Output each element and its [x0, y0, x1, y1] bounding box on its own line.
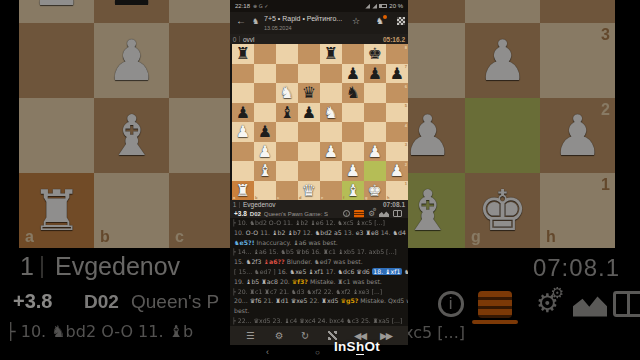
- move-token[interactable]: ♝b2: [272, 229, 285, 236]
- square-c7[interactable]: [276, 64, 298, 84]
- piece-black-q: ♛: [298, 83, 320, 103]
- move-token[interactable]: ♝xf1: [308, 268, 323, 275]
- move-token[interactable]: 10.: [234, 229, 244, 236]
- bg-coord-rank: 1: [601, 176, 610, 194]
- move-token[interactable]: 21.: [263, 297, 273, 304]
- move-token[interactable]: ♞e4: [404, 268, 408, 275]
- piece-black-p: ♟: [232, 103, 254, 123]
- status-time: 22:18: [235, 3, 250, 9]
- bg-coord-file: a: [25, 228, 34, 246]
- variation-line: ├ 20. ♜c1 ♜c7 21. ♞d3 ♞xf2 22. ♞xf2 ♝xe3…: [230, 287, 408, 297]
- move-line: 19.♝b5♜ac820.♛f3?Mistake. ♜c1 was best.: [230, 277, 408, 287]
- move-comment: Mistake. Qxd5 was: [360, 297, 408, 304]
- move-token[interactable]: ♜e8: [365, 229, 378, 236]
- move-token[interactable]: a5: [334, 229, 342, 236]
- tab-moves[interactable]: [354, 210, 364, 218]
- piece-black-r: ♜: [232, 44, 254, 64]
- notification-icons: ⊕ G ✓: [253, 3, 268, 9]
- bg-eval-value: +3.8: [13, 290, 52, 313]
- square-b3[interactable]: ♟: [254, 142, 276, 162]
- chart-icon[interactable]: [379, 210, 389, 218]
- square-c8[interactable]: [276, 44, 298, 64]
- variation-line: ├ 10. ♞bd2 O-O 11. ♝b2 ♝e6 12. ♞xc5 ♝xc5…: [230, 218, 408, 228]
- square-c2[interactable]: [276, 161, 298, 181]
- menu-icon[interactable]: ☰: [246, 326, 255, 345]
- piece-white-p: ♟: [232, 122, 254, 142]
- piece-white-p: ♟: [342, 161, 364, 181]
- move-token[interactable]: ♝b7: [287, 229, 300, 236]
- move-token[interactable]: e3: [356, 229, 364, 236]
- piece-white-b: ♝: [254, 161, 276, 181]
- bg-opening-name: Queen's P: [131, 291, 219, 313]
- square-g7[interactable]: ♟: [364, 64, 386, 84]
- move-token[interactable]: ♝a6??: [263, 258, 284, 265]
- move-token[interactable]: 17.: [326, 268, 336, 275]
- piece-white-n: ♞: [320, 103, 342, 123]
- square-f3[interactable]: [342, 142, 364, 162]
- move-token[interactable]: 13.: [344, 229, 354, 236]
- move-line: [ 15... ♞ed7 ]16.♞xe5♝xf117.♞dc6♛d618. ♝…: [230, 267, 408, 277]
- player-bottom-row: 1 Evgedenov 07:08.1: [230, 200, 408, 209]
- bg-piece: ♟: [19, 0, 94, 23]
- move-token[interactable]: O-O: [246, 229, 258, 236]
- battery-icon: [379, 4, 387, 8]
- square-d6[interactable]: ♛: [298, 83, 320, 103]
- square-f4[interactable]: [342, 122, 364, 142]
- coord-rank-5: 5: [405, 103, 407, 108]
- move-token[interactable]: ♛f3?: [292, 278, 308, 285]
- piece-black-p: ♟: [364, 64, 386, 84]
- bg-coord-file: b: [100, 228, 110, 246]
- move-token[interactable]: 16.: [278, 268, 288, 275]
- square-g3[interactable]: ♟: [364, 142, 386, 162]
- bg-piece: ♝: [408, 173, 465, 248]
- move-token[interactable]: 14.: [381, 229, 391, 236]
- piece-white-p: ♟: [320, 142, 342, 162]
- eval-value: +3.8: [234, 210, 247, 217]
- piece-black-p: ♟: [298, 103, 320, 123]
- bg-player-name: Evgedenov: [55, 252, 180, 281]
- player-bottom-clock: 07:08.1: [383, 201, 405, 208]
- wifi-icon: [372, 4, 377, 9]
- square-h1[interactable]: h1: [386, 181, 408, 201]
- divider: [239, 202, 240, 208]
- move-list: ├ 10. ♞bd2 O-O 11. ♝b2 ♝e6 12. ♞xc5 ♝xc5…: [230, 218, 408, 326]
- square-f6[interactable]: ♞: [342, 83, 364, 103]
- square-f5[interactable]: [342, 103, 364, 123]
- square-e4[interactable]: [320, 122, 342, 142]
- phone-screenshot: 22:18 ⊕ G ✓ 20 % ← ♞ 7+5 • Rapid • Рейти…: [230, 0, 408, 360]
- bg-square-h2: ♟2: [540, 98, 615, 173]
- game-date: 13.05.2024: [264, 25, 292, 31]
- square-d1[interactable]: ♛d: [298, 181, 320, 201]
- bg-tab-book: [613, 291, 640, 318]
- square-e6[interactable]: [320, 83, 342, 103]
- board-grid-icon[interactable]: [397, 17, 405, 25]
- square-f8[interactable]: [342, 44, 364, 64]
- square-a5[interactable]: ♟: [232, 103, 254, 123]
- square-c3[interactable]: [276, 142, 298, 162]
- bg-square-h3: 3: [540, 23, 615, 98]
- square-f1[interactable]: ♝f: [342, 181, 364, 201]
- square-b6[interactable]: [254, 83, 276, 103]
- move-token[interactable]: ♛xe5: [291, 297, 308, 304]
- bg-piece: ♟: [94, 23, 169, 98]
- move-token[interactable]: ├ 14... ♝a6 15. ♞b5 ♛b6 16. ♜c1 ♝xb5 17.…: [232, 248, 397, 255]
- move-comment: Mistake. ♜c1 was best.: [310, 278, 382, 285]
- bg-coord-rank: 3: [601, 26, 610, 44]
- players-icon[interactable]: ♞: [376, 16, 384, 26]
- piece-white-r: ♜: [232, 181, 254, 201]
- bg-square-a4: ♟: [19, 0, 94, 23]
- square-b2[interactable]: ♝: [254, 161, 276, 181]
- square-d8[interactable]: [298, 44, 320, 64]
- move-line: best.: [230, 306, 408, 316]
- bg-moves-line: ├ 10. ♞bd2 O-O 11. ♝b: [6, 322, 193, 341]
- player-top-row: 0 ovvl 05:16.2: [230, 34, 408, 44]
- game-title: 7+5 • Rapid • Рейтинго...: [264, 15, 342, 22]
- square-g5[interactable]: [364, 103, 386, 123]
- bg-square-c4: [169, 0, 230, 23]
- move-token[interactable]: ♞xe5: [290, 268, 307, 275]
- square-d2[interactable]: [298, 161, 320, 181]
- chess-board: ♜♜♚8♟♟♟7♞♛♞6♟♝♟♞5♟♟4♟♟♟3♝♟♟2♜abc♛de♝f♚gh…: [232, 44, 408, 200]
- move-comment: Blunder. ♞ed7 was best.: [287, 258, 363, 265]
- move-token[interactable]: ♞2f3: [246, 258, 262, 265]
- square-b8[interactable]: [254, 44, 276, 64]
- move-token[interactable]: 19.: [234, 278, 244, 285]
- square-h7[interactable]: ♟7: [386, 64, 408, 84]
- square-c5[interactable]: ♝: [276, 103, 298, 123]
- move-token[interactable]: 15.: [234, 258, 244, 265]
- battery-percent: 20 %: [389, 3, 403, 9]
- coord-rank-3: 3: [405, 142, 407, 147]
- divider: [239, 36, 240, 42]
- piece-white-b: ♝: [342, 181, 364, 201]
- square-h5[interactable]: 5: [386, 103, 408, 123]
- move-token[interactable]: ♛d6: [356, 268, 369, 275]
- player-top-name: ovvl: [243, 36, 255, 43]
- square-b4[interactable]: ♟: [254, 122, 276, 142]
- move-line: ♞e5?!Inaccuracy. ♝a6 was best.: [230, 238, 408, 248]
- square-c4[interactable]: [276, 122, 298, 142]
- move-token[interactable]: 11.: [260, 229, 270, 236]
- bg-player-score: 1: [20, 252, 34, 281]
- bg-square-h4: 4: [540, 0, 615, 23]
- bg-moves-tail: xc5 [...]: [408, 323, 465, 342]
- square-d3[interactable]: [298, 142, 320, 162]
- book-icon: [613, 291, 640, 317]
- bg-square-b2: ♝: [94, 98, 169, 173]
- android-nav-bar: ‹ ○ InShOt: [230, 345, 408, 360]
- forward-icon[interactable]: ▶▶: [380, 326, 392, 345]
- piece-black-b: ♝: [276, 103, 298, 123]
- tab-engine-settings[interactable]: ⚙⚙: [368, 210, 375, 218]
- bg-piece: ♟: [465, 23, 540, 98]
- tab-info[interactable]: i: [343, 210, 351, 218]
- player-bottom-name: Evgedenov: [243, 201, 276, 208]
- bg-piece: ♝: [94, 98, 169, 173]
- background-zoom-right: 07:08.1 i⚙⚙ xc5 [...] ♝f♟♚g♟h1♟234: [408, 0, 640, 360]
- square-h6[interactable]: 6: [386, 83, 408, 103]
- square-a6[interactable]: [232, 83, 254, 103]
- move-token[interactable]: ♞bd2: [315, 229, 332, 236]
- square-h4[interactable]: 4: [386, 122, 408, 142]
- bg-square-g3: ♟: [465, 23, 540, 98]
- analysis-header: +3.8 D02 Queen's Pawn Game: Sy... i⚙⚙: [230, 209, 408, 218]
- move-line: 20...♛f621.♜d1♛xe522.♜xd5♛g5?Mistake. Qx…: [230, 296, 408, 306]
- moves-icon[interactable]: [354, 210, 364, 218]
- book-icon[interactable]: [393, 210, 402, 218]
- bg-square-c1: c: [169, 173, 230, 248]
- bg-square-f1: ♝f: [408, 173, 465, 248]
- square-g4[interactable]: [364, 122, 386, 142]
- piece-black-k: ♚: [364, 44, 386, 64]
- signal-icon: [365, 4, 370, 9]
- bg-square-a1: ♜a: [19, 173, 94, 248]
- square-b1[interactable]: b: [254, 181, 276, 201]
- square-a8[interactable]: ♜: [232, 44, 254, 64]
- variation-line: ├ 22... ♛xd5 23. ♝c4 ♛xc4 24. bxc4 ♞c3 2…: [230, 316, 408, 326]
- square-d5[interactable]: ♟: [298, 103, 320, 123]
- flip-board-icon[interactable]: ↻: [301, 326, 309, 345]
- bg-coord-file: h: [546, 228, 556, 246]
- move-token[interactable]: ♛g5?: [340, 297, 358, 304]
- square-h8[interactable]: 8: [386, 44, 408, 64]
- engine-settings-icon[interactable]: ⚙⚙: [368, 210, 375, 218]
- piece-black-p: ♟: [254, 122, 276, 142]
- move-token[interactable]: ♞dc6: [338, 268, 355, 275]
- app-bar: ← ♞ 7+5 • Rapid • Рейтинго... 13.05.2024…: [230, 12, 408, 34]
- info-icon: i: [438, 291, 464, 317]
- move-token[interactable]: ♞d4: [393, 229, 406, 236]
- bg-clock: 07:08.1: [533, 254, 620, 282]
- bg-square-g1: ♚g: [465, 173, 540, 248]
- move-token[interactable]: 20.: [280, 278, 290, 285]
- coord-rank-8: 8: [405, 45, 407, 50]
- square-e2[interactable]: [320, 161, 342, 181]
- square-e1[interactable]: e: [320, 181, 342, 201]
- coord-rank-4: 4: [405, 123, 407, 128]
- bg-square-b4: ♟: [94, 0, 169, 23]
- piece-white-p: ♟: [364, 142, 386, 162]
- move-token[interactable]: [ 15... ♞ed7 ]: [234, 268, 276, 275]
- engine-settings-icon: ⚙⚙: [536, 291, 559, 317]
- square-a1[interactable]: ♜a: [232, 181, 254, 201]
- star-bookmark-icon[interactable]: ☆: [352, 16, 360, 26]
- move-comment: best.: [234, 307, 249, 314]
- bg-square-f2: ♟: [408, 98, 465, 173]
- square-h2[interactable]: ♟2: [386, 161, 408, 181]
- opening-code: D02: [250, 211, 261, 217]
- move-token[interactable]: ├ 10. ♞bd2 O-O 11. ♝b2 ♝e6 12. ♞xc5 ♝xc5…: [232, 219, 385, 226]
- bg-square-c2: [169, 98, 230, 173]
- bg-square-h1: h1: [540, 173, 615, 248]
- bg-coord-rank: 2: [601, 101, 610, 119]
- square-a2[interactable]: [232, 161, 254, 181]
- piece-black-r: ♜: [320, 44, 342, 64]
- opening-name: Queen's Pawn Game: Sy...: [264, 211, 328, 217]
- bg-square-b3: ♟: [94, 23, 169, 98]
- square-e5[interactable]: ♞: [320, 103, 342, 123]
- square-c6[interactable]: ♞: [276, 83, 298, 103]
- move-line: 10.O-O11.♝b2♝b712.♞bd2a513.e3♜e814.♞d4: [230, 228, 408, 238]
- square-f2[interactable]: ♟: [342, 161, 364, 181]
- variation-line: ├ 14... ♝a6 15. ♞b5 ♛b6 16. ♜c1 ♝xb5 17.…: [230, 247, 408, 257]
- move-token[interactable]: ♜d1: [275, 297, 288, 304]
- bg-square-f4: [408, 0, 465, 23]
- bg-tab-engine-settings: ⚙⚙: [536, 291, 559, 317]
- bg-tab-info: i: [438, 291, 464, 317]
- status-bar: 22:18 ⊕ G ✓ 20 %: [230, 0, 408, 12]
- back-arrow-icon[interactable]: ←: [236, 15, 246, 26]
- square-e3[interactable]: ♟: [320, 142, 342, 162]
- inshot-watermark: InShOt: [334, 339, 380, 354]
- bg-coord-file: c: [175, 228, 184, 246]
- square-f7[interactable]: ♟: [342, 64, 364, 84]
- square-a3[interactable]: [232, 142, 254, 162]
- bg-piece: ♟: [94, 0, 169, 23]
- bg-opening-code: D02: [84, 291, 119, 313]
- background-zoom-left: 1 Evgedenov +3.8 D02 Queen's P ├ 10. ♞bd…: [0, 0, 230, 360]
- coord-rank-7: 7: [405, 64, 407, 69]
- coord-rank-1: 1: [405, 181, 407, 186]
- square-g2[interactable]: [364, 161, 386, 181]
- bg-square-b1: b: [94, 173, 169, 248]
- square-h3[interactable]: 3: [386, 142, 408, 162]
- square-b5[interactable]: [254, 103, 276, 123]
- square-g8[interactable]: ♚: [364, 44, 386, 64]
- move-token[interactable]: ├ 22... ♛xd5 23. ♝c4 ♛xc4 24. bxc4 ♞c3 2…: [232, 317, 402, 324]
- move-token[interactable]: ♜xd5: [321, 297, 338, 304]
- chart-icon: [573, 291, 607, 317]
- bg-active-tab-underline: [472, 320, 518, 324]
- moves-icon: [478, 291, 512, 318]
- nav-home-icon[interactable]: ○: [315, 348, 320, 357]
- notification-badge: [383, 15, 387, 19]
- square-e7[interactable]: [320, 64, 342, 84]
- tab-book[interactable]: [393, 210, 402, 218]
- square-c1[interactable]: c: [276, 181, 298, 201]
- knight-game-icon: ♞: [252, 17, 259, 26]
- move-token[interactable]: 20...: [234, 297, 248, 304]
- coord-rank-6: 6: [405, 84, 407, 89]
- square-b7[interactable]: [254, 64, 276, 84]
- info-icon[interactable]: i: [343, 210, 351, 218]
- bottom-toolbar: ☰⚙↻◀◀▶▶: [230, 326, 408, 345]
- move-token[interactable]: ♞e5?!: [234, 239, 254, 246]
- nav-back-icon[interactable]: ‹: [266, 347, 269, 357]
- square-g1[interactable]: ♚g: [364, 181, 386, 201]
- square-e8[interactable]: ♜: [320, 44, 342, 64]
- square-d4[interactable]: [298, 122, 320, 142]
- screenshot-root: 1 Evgedenov +3.8 D02 Queen's P ├ 10. ♞bd…: [0, 0, 640, 360]
- piece-black-n: ♞: [342, 83, 364, 103]
- player-top-clock: 05:16.2: [383, 36, 405, 43]
- player-bottom-score: 1: [230, 201, 239, 208]
- move-token[interactable]: 12.: [303, 229, 313, 236]
- square-a4[interactable]: ♟: [232, 122, 254, 142]
- piece-black-p: ♟: [342, 64, 364, 84]
- move-token[interactable]: ♜ac8: [261, 278, 278, 285]
- piece-white-n: ♞: [276, 83, 298, 103]
- bg-square-a2: [19, 98, 94, 173]
- status-right: 20 %: [365, 3, 403, 9]
- square-d7[interactable]: [298, 64, 320, 84]
- player-top-score: 0: [230, 36, 239, 43]
- bg-piece: ♟: [408, 98, 465, 173]
- bg-tab-chart: [573, 291, 607, 321]
- piece-white-p: ♟: [254, 142, 276, 162]
- bg-square-c3: [169, 23, 230, 98]
- current-move[interactable]: 18. ♝xf1: [372, 268, 402, 275]
- coord-rank-2: 2: [405, 162, 407, 167]
- move-token[interactable]: ♝b5: [246, 278, 259, 285]
- square-g6[interactable]: [364, 83, 386, 103]
- tab-chart[interactable]: [379, 210, 389, 218]
- move-comment: Inaccuracy. ♝a6 was best.: [256, 239, 337, 246]
- bg-square-f3: [408, 23, 465, 98]
- bg-square-a3: [19, 23, 94, 98]
- bg-square-g2: [465, 98, 540, 173]
- bg-square-g4: [465, 0, 540, 23]
- move-token[interactable]: ♛f6: [250, 297, 262, 304]
- move-line: 15.♞2f3♝a6??Blunder. ♞ed7 was best.: [230, 257, 408, 267]
- move-token[interactable]: 22.: [309, 297, 319, 304]
- square-a7[interactable]: [232, 64, 254, 84]
- analysis-tabs: i⚙⚙: [343, 210, 404, 218]
- settings-icon[interactable]: ⚙: [275, 326, 284, 345]
- move-token[interactable]: ├ 20. ♜c1 ♜c7 21. ♞d3 ♞xf2 22. ♞xf2 ♝xe3…: [232, 288, 382, 295]
- bg-coord-file: g: [471, 228, 481, 246]
- divider: [41, 256, 43, 278]
- bg-tab-moves: [478, 291, 512, 322]
